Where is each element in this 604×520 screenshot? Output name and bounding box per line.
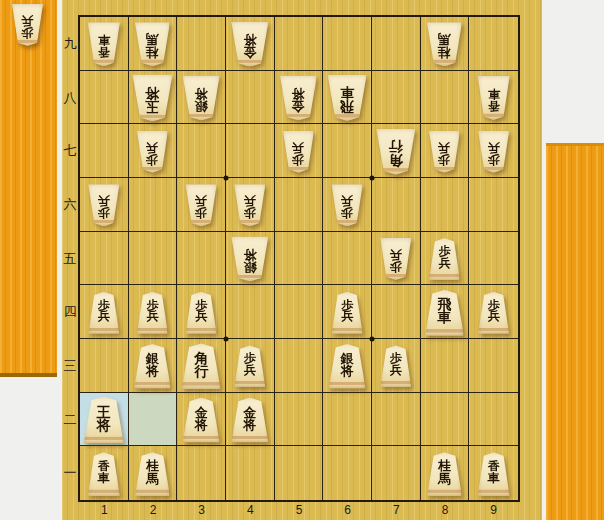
square-5-4[interactable] (275, 285, 324, 339)
file-label-2: 2 (143, 503, 163, 517)
piece-white-pawn[interactable]: 歩兵 (137, 292, 168, 334)
square-6-2[interactable] (323, 393, 372, 447)
koma-kanji: 歩兵 (234, 189, 265, 224)
file-label-8: 8 (435, 503, 455, 517)
koma-kanji: 金将 (231, 400, 268, 438)
square-2-4[interactable]: 歩兵 (129, 285, 178, 339)
koma-body: 金将 (231, 22, 268, 67)
square-9-9[interactable] (469, 17, 518, 71)
koma-body: 歩兵 (478, 131, 509, 173)
square-8-7[interactable]: 歩兵 (421, 124, 470, 178)
koma-kanji: 飛車 (328, 80, 367, 119)
square-8-2[interactable] (421, 393, 470, 447)
piece-white-pawn[interactable]: 歩兵 (478, 292, 509, 334)
koma-body: 香車 (88, 452, 120, 496)
piece-white-bishop[interactable]: 角行 (182, 343, 221, 389)
koma-kanji: 飛車 (425, 292, 464, 331)
piece-black-knight[interactable]: 桂馬 (135, 22, 170, 66)
file-label-7: 7 (386, 503, 406, 517)
koma-body: 桂馬 (427, 22, 462, 66)
koma-body: 歩兵 (186, 184, 217, 226)
square-6-4[interactable]: 歩兵 (323, 285, 372, 339)
koma-kanji: 銀将 (134, 346, 171, 384)
square-4-6[interactable]: 歩兵 (226, 178, 275, 232)
piece-black-gold[interactable]: 金将 (280, 76, 317, 121)
koma-body: 角行 (182, 343, 221, 389)
koma-body: 歩兵 (478, 292, 509, 334)
koma-kanji: 金将 (280, 81, 317, 119)
square-1-5[interactable] (80, 232, 129, 286)
koma-kanji: 金将 (231, 27, 268, 65)
file-label-5: 5 (289, 503, 309, 517)
piece-white-pawn[interactable]: 歩兵 (186, 292, 217, 334)
square-6-5[interactable] (323, 232, 372, 286)
square-4-9[interactable]: 金将 (226, 17, 275, 71)
koma-kanji: 香車 (478, 454, 510, 491)
square-2-2[interactable] (129, 393, 178, 447)
koma-body: 歩兵 (234, 345, 265, 387)
piece-black-king[interactable]: 玉将 (132, 75, 172, 122)
square-3-6[interactable]: 歩兵 (177, 178, 226, 232)
file-label-9: 9 (484, 503, 504, 517)
square-6-1[interactable] (323, 446, 372, 500)
square-4-7[interactable] (226, 124, 275, 178)
koma-kanji: 角行 (376, 134, 415, 173)
shogi-board-panel: 九八七六五四三二一 123456789 香車桂馬金将桂馬玉将銀将金将飛車香車歩兵… (62, 0, 542, 520)
piece-black-knight[interactable]: 桂馬 (427, 22, 462, 66)
square-2-9[interactable]: 桂馬 (129, 17, 178, 71)
koma-kanji: 香車 (88, 27, 120, 64)
komadai-black: 歩兵 (0, 0, 57, 377)
piece-white-knight[interactable]: 桂馬 (135, 452, 170, 496)
rank-label-1: 一 (62, 464, 78, 482)
koma-kanji: 歩兵 (137, 136, 168, 171)
square-1-2[interactable]: 王将 (80, 393, 129, 447)
koma-kanji: 金将 (183, 400, 220, 438)
komadai-white (546, 143, 604, 520)
square-5-1[interactable] (275, 446, 324, 500)
koma-kanji: 玉将 (132, 80, 172, 120)
square-4-1[interactable] (226, 446, 275, 500)
piece-white-silver[interactable]: 銀将 (329, 344, 366, 389)
square-8-8[interactable] (421, 71, 470, 125)
koma-body: 歩兵 (283, 131, 314, 173)
koma-body: 銀将 (134, 344, 171, 389)
koma-kanji: 歩兵 (88, 294, 119, 329)
square-3-7[interactable] (177, 124, 226, 178)
file-label-3: 3 (192, 503, 212, 517)
square-7-3[interactable]: 歩兵 (372, 339, 421, 393)
square-7-9[interactable] (372, 17, 421, 71)
koma-body: 飛車 (328, 75, 367, 121)
koma-body: 金将 (183, 398, 220, 443)
square-5-5[interactable] (275, 232, 324, 286)
square-2-8[interactable]: 玉将 (129, 71, 178, 125)
koma-kanji: 歩兵 (12, 9, 43, 44)
koma-kanji: 銀将 (231, 242, 268, 280)
koma-body: 歩兵 (88, 184, 119, 226)
piece-white-pawn[interactable]: 歩兵 (234, 345, 265, 387)
square-9-8[interactable]: 香車 (469, 71, 518, 125)
square-7-6[interactable] (372, 178, 421, 232)
square-1-8[interactable] (80, 71, 129, 125)
square-7-1[interactable] (372, 446, 421, 500)
piece-black-pawn[interactable]: 歩兵 (234, 184, 265, 226)
hoshi-dot (224, 176, 229, 181)
file-label-4: 4 (240, 503, 260, 517)
koma-kanji: 歩兵 (478, 136, 509, 171)
square-9-5[interactable] (469, 232, 518, 286)
koma-kanji: 銀将 (329, 346, 366, 384)
square-9-1[interactable]: 香車 (469, 446, 518, 500)
file-label-6: 6 (338, 503, 358, 517)
piece-black-pawn[interactable]: 歩兵 (380, 238, 411, 280)
square-2-3[interactable]: 銀将 (129, 339, 178, 393)
square-8-1[interactable]: 桂馬 (421, 446, 470, 500)
square-2-6[interactable] (129, 178, 178, 232)
piece-white-pawn[interactable]: 歩兵 (429, 238, 460, 280)
piece-white-pawn[interactable]: 歩兵 (332, 292, 363, 334)
piece-black-bishop[interactable]: 角行 (376, 129, 415, 175)
piece-black-gold[interactable]: 金将 (231, 22, 268, 67)
square-3-1[interactable] (177, 446, 226, 500)
koma-kanji: 桂馬 (427, 454, 462, 491)
koma-kanji: 歩兵 (186, 189, 217, 224)
square-9-4[interactable]: 歩兵 (469, 285, 518, 339)
koma-body: 桂馬 (427, 452, 462, 496)
koma-body: 歩兵 (380, 238, 411, 280)
rank-label-4: 四 (62, 303, 78, 321)
square-4-5[interactable]: 銀将 (226, 232, 275, 286)
koma-body: 歩兵 (429, 131, 460, 173)
koma-kanji: 歩兵 (186, 294, 217, 329)
koma-body: 歩兵 (234, 184, 265, 226)
file-label-1: 1 (94, 503, 114, 517)
koma-kanji: 歩兵 (380, 347, 411, 382)
square-9-6[interactable] (469, 178, 518, 232)
square-4-3[interactable]: 歩兵 (226, 339, 275, 393)
square-6-6[interactable]: 歩兵 (323, 178, 372, 232)
square-4-4[interactable] (226, 285, 275, 339)
koma-body: 香車 (478, 76, 510, 120)
square-3-4[interactable]: 歩兵 (177, 285, 226, 339)
square-8-5[interactable]: 歩兵 (421, 232, 470, 286)
square-3-3[interactable]: 角行 (177, 339, 226, 393)
koma-kanji: 歩兵 (429, 240, 460, 275)
koma-body: 金将 (280, 76, 317, 121)
square-6-8[interactable]: 飛車 (323, 71, 372, 125)
koma-body: 歩兵 (429, 238, 460, 280)
square-3-8[interactable]: 銀将 (177, 71, 226, 125)
piece-black-pawn[interactable]: 歩兵 (478, 131, 509, 173)
square-7-5[interactable]: 歩兵 (372, 232, 421, 286)
square-3-2[interactable]: 金将 (177, 393, 226, 447)
koma-body: 歩兵 (332, 184, 363, 226)
rank-label-5: 五 (62, 250, 78, 268)
piece-black-pawn[interactable]: 歩兵 (88, 184, 119, 226)
koma-kanji: 桂馬 (427, 27, 462, 64)
rank-label-2: 二 (62, 411, 78, 429)
square-8-6[interactable] (421, 178, 470, 232)
koma-body: 王将 (84, 397, 124, 444)
square-6-3[interactable]: 銀将 (323, 339, 372, 393)
koma-body: 玉将 (132, 75, 172, 122)
piece-black-lance[interactable]: 香車 (478, 76, 510, 120)
koma-body: 歩兵 (88, 292, 119, 334)
square-9-2[interactable] (469, 393, 518, 447)
koma-kanji: 歩兵 (88, 189, 119, 224)
koma-body: 歩兵 (380, 345, 411, 387)
square-9-7[interactable]: 歩兵 (469, 124, 518, 178)
piece-white-lance[interactable]: 香車 (478, 452, 510, 496)
koma-body: 銀将 (231, 237, 268, 282)
rank-label-6: 六 (62, 196, 78, 214)
piece-white-rook[interactable]: 飛車 (425, 290, 464, 336)
koma-body: 歩兵 (137, 292, 168, 334)
square-3-5[interactable] (177, 232, 226, 286)
koma-kanji: 歩兵 (332, 294, 363, 329)
koma-body: 香車 (88, 22, 120, 66)
square-3-9[interactable] (177, 17, 226, 71)
rank-label-9: 九 (62, 35, 78, 53)
piece-white-silver[interactable]: 銀将 (134, 344, 171, 389)
piece-black-pawn[interactable]: 歩兵 (429, 131, 460, 173)
square-4-2[interactable]: 金将 (226, 393, 275, 447)
koma-kanji: 歩兵 (283, 136, 314, 171)
piece-white-pawn[interactable]: 歩兵 (380, 345, 411, 387)
koma-kanji: 桂馬 (135, 27, 170, 64)
square-8-4[interactable]: 飛車 (421, 285, 470, 339)
hoshi-dot (370, 176, 375, 181)
koma-kanji: 歩兵 (478, 294, 509, 329)
piece-black-pawn[interactable]: 歩兵 (137, 131, 168, 173)
square-2-5[interactable] (129, 232, 178, 286)
koma-body: 桂馬 (135, 22, 170, 66)
koma-body: 飛車 (425, 290, 464, 336)
koma-body: 歩兵 (332, 292, 363, 334)
piece-black-silver[interactable]: 銀将 (231, 237, 268, 282)
piece-white-knight[interactable]: 桂馬 (427, 452, 462, 496)
square-7-2[interactable] (372, 393, 421, 447)
koma-body: 金将 (231, 398, 268, 443)
koma-kanji: 香車 (478, 81, 510, 118)
square-5-2[interactable] (275, 393, 324, 447)
square-2-7[interactable]: 歩兵 (129, 124, 178, 178)
koma-kanji: 香車 (88, 454, 120, 491)
koma-body: 銀将 (183, 76, 220, 121)
piece-white-gold[interactable]: 金将 (183, 398, 220, 443)
hoshi-dot (224, 337, 229, 342)
koma-kanji: 王将 (84, 399, 124, 439)
piece-white-gold[interactable]: 金将 (231, 398, 268, 443)
square-5-3[interactable] (275, 339, 324, 393)
square-5-8[interactable]: 金将 (275, 71, 324, 125)
square-7-4[interactable] (372, 285, 421, 339)
square-2-1[interactable]: 桂馬 (129, 446, 178, 500)
piece-white-king[interactable]: 王将 (84, 397, 124, 444)
piece-black-rook[interactable]: 飛車 (328, 75, 367, 121)
square-1-1[interactable]: 香車 (80, 446, 129, 500)
rank-label-7: 七 (62, 142, 78, 160)
square-1-9[interactable]: 香車 (80, 17, 129, 71)
piece-black-lance[interactable]: 香車 (88, 22, 120, 66)
piece-white-pawn[interactable]: 歩兵 (88, 292, 119, 334)
square-1-3[interactable] (80, 339, 129, 393)
square-8-9[interactable]: 桂馬 (421, 17, 470, 71)
square-9-3[interactable] (469, 339, 518, 393)
koma-kanji: 歩兵 (137, 294, 168, 329)
rank-label-8: 八 (62, 89, 78, 107)
koma-body: 桂馬 (135, 452, 170, 496)
koma-kanji: 銀将 (183, 81, 220, 119)
koma-kanji: 歩兵 (332, 189, 363, 224)
koma-kanji: 歩兵 (380, 243, 411, 278)
square-7-7[interactable]: 角行 (372, 124, 421, 178)
koma-kanji: 歩兵 (234, 347, 265, 382)
piece-black-silver[interactable]: 銀将 (183, 76, 220, 121)
square-5-7[interactable]: 歩兵 (275, 124, 324, 178)
koma-body: 歩兵 (12, 4, 43, 46)
koma-body: 歩兵 (186, 292, 217, 334)
piece-black-pawn[interactable]: 歩兵 (186, 184, 217, 226)
square-6-7[interactable] (323, 124, 372, 178)
piece-white-lance[interactable]: 香車 (88, 452, 120, 496)
hand-piece-black-pawn[interactable]: 歩兵 (12, 4, 43, 46)
hoshi-dot (370, 337, 375, 342)
koma-kanji: 歩兵 (429, 136, 460, 171)
koma-body: 銀将 (329, 344, 366, 389)
square-5-9[interactable] (275, 17, 324, 71)
square-8-3[interactable] (421, 339, 470, 393)
shogi-board: 香車桂馬金将桂馬玉将銀将金将飛車香車歩兵歩兵角行歩兵歩兵歩兵歩兵歩兵歩兵銀将歩兵… (78, 15, 520, 502)
koma-kanji: 角行 (182, 345, 221, 384)
piece-black-pawn[interactable]: 歩兵 (332, 184, 363, 226)
square-6-9[interactable] (323, 17, 372, 71)
square-1-6[interactable]: 歩兵 (80, 178, 129, 232)
square-4-8[interactable] (226, 71, 275, 125)
koma-body: 角行 (376, 129, 415, 175)
square-5-6[interactable] (275, 178, 324, 232)
board-grid: 香車桂馬金将桂馬玉将銀将金将飛車香車歩兵歩兵角行歩兵歩兵歩兵歩兵歩兵歩兵銀将歩兵… (80, 17, 518, 500)
koma-body: 香車 (478, 452, 510, 496)
koma-kanji: 桂馬 (135, 454, 170, 491)
square-1-7[interactable] (80, 124, 129, 178)
square-1-4[interactable]: 歩兵 (80, 285, 129, 339)
square-7-8[interactable] (372, 71, 421, 125)
koma-body: 歩兵 (137, 131, 168, 173)
rank-label-3: 三 (62, 357, 78, 375)
piece-black-pawn[interactable]: 歩兵 (283, 131, 314, 173)
